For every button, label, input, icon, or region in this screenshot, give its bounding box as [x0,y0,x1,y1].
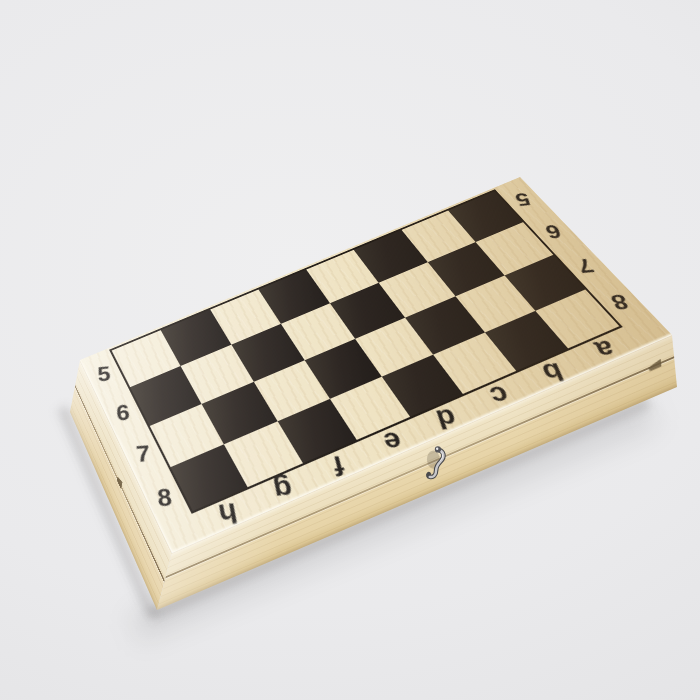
rank-label-left-8: 8 [145,472,185,524]
rank-label-left-6: 6 [105,390,141,437]
metal-clasp-hook [423,444,451,486]
product-photo-background: 5678 5678 hgfedcba [0,0,700,700]
clasp-hook-icon [423,444,451,486]
rank-label-left-5: 5 [87,352,121,397]
rank-label-left-7: 7 [125,430,163,480]
